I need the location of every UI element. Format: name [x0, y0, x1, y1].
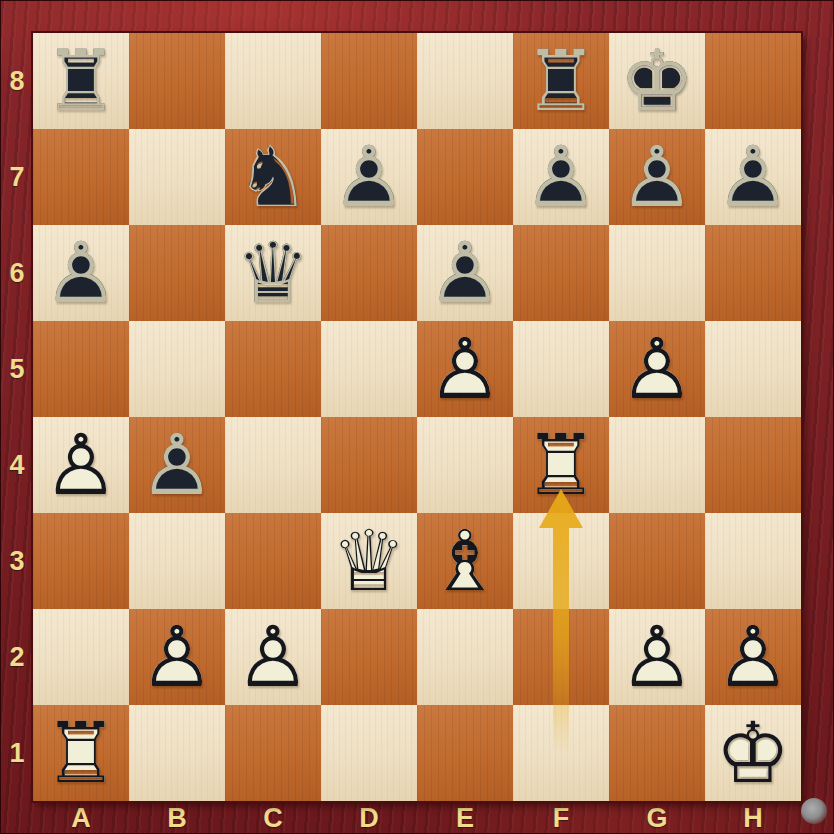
white-pawn[interactable]: ♟♙: [417, 321, 513, 417]
square-h1[interactable]: ♚♔: [705, 705, 801, 801]
white-rook[interactable]: ♜♖: [33, 705, 129, 801]
rank-label-4: 4: [1, 417, 33, 513]
square-g6[interactable]: [609, 225, 705, 321]
square-c2[interactable]: ♟♙: [225, 609, 321, 705]
rank-label-6: 6: [1, 225, 33, 321]
square-a5[interactable]: [33, 321, 129, 417]
file-label-g: G: [609, 801, 705, 834]
square-b7[interactable]: [129, 129, 225, 225]
rank-label-2: 2: [1, 609, 33, 705]
black-rook[interactable]: ♜♖: [513, 33, 609, 129]
square-b8[interactable]: [129, 33, 225, 129]
rank-label-1: 1: [1, 705, 33, 801]
square-e8[interactable]: [417, 33, 513, 129]
black-rook[interactable]: ♜♖: [33, 33, 129, 129]
square-e3[interactable]: ♝♗: [417, 513, 513, 609]
rank-labels: 87654321: [1, 33, 33, 801]
square-c1[interactable]: [225, 705, 321, 801]
white-pawn[interactable]: ♟♙: [225, 609, 321, 705]
black-knight[interactable]: ♞♘: [225, 129, 321, 225]
white-pawn[interactable]: ♟♙: [705, 609, 801, 705]
chess-board-frame: 87654321 ABCDEFGH ♜♖♜♖♚♔♞♘♟♙♟♙♟♙♟♙♟♙♛♕♟♙…: [0, 0, 834, 834]
white-king[interactable]: ♚♔: [705, 705, 801, 801]
white-queen[interactable]: ♛♕: [321, 513, 417, 609]
black-pawn[interactable]: ♟♙: [321, 129, 417, 225]
black-queen-outline: ♕: [225, 225, 321, 321]
black-pawn-outline: ♙: [513, 129, 609, 225]
square-e2[interactable]: [417, 609, 513, 705]
white-pawn-outline: ♙: [705, 609, 801, 705]
black-pawn-outline: ♙: [33, 225, 129, 321]
square-f7[interactable]: ♟♙: [513, 129, 609, 225]
black-queen[interactable]: ♛♕: [225, 225, 321, 321]
square-h6[interactable]: [705, 225, 801, 321]
square-f2[interactable]: [513, 609, 609, 705]
file-label-h: H: [705, 801, 801, 834]
square-d2[interactable]: [321, 609, 417, 705]
file-labels: ABCDEFGH: [33, 801, 801, 834]
square-b4[interactable]: ♟♙: [129, 417, 225, 513]
black-king[interactable]: ♚♔: [609, 33, 705, 129]
square-d6[interactable]: [321, 225, 417, 321]
file-label-e: E: [417, 801, 513, 834]
square-b5[interactable]: [129, 321, 225, 417]
black-pawn-outline: ♙: [705, 129, 801, 225]
rank-label-8: 8: [1, 33, 33, 129]
square-d7[interactable]: ♟♙: [321, 129, 417, 225]
board-grid: ♜♖♜♖♚♔♞♘♟♙♟♙♟♙♟♙♟♙♛♕♟♙♟♙♟♙♟♙♟♙♜♖♛♕♝♗♟♙♟♙…: [33, 33, 801, 801]
square-c4[interactable]: [225, 417, 321, 513]
square-c6[interactable]: ♛♕: [225, 225, 321, 321]
square-h3[interactable]: [705, 513, 801, 609]
black-pawn[interactable]: ♟♙: [129, 417, 225, 513]
square-d4[interactable]: [321, 417, 417, 513]
square-g8[interactable]: ♚♔: [609, 33, 705, 129]
square-f4[interactable]: ♜♖: [513, 417, 609, 513]
white-rook-outline: ♖: [513, 417, 609, 513]
black-pawn[interactable]: ♟♙: [417, 225, 513, 321]
square-c7[interactable]: ♞♘: [225, 129, 321, 225]
square-b6[interactable]: [129, 225, 225, 321]
file-label-f: F: [513, 801, 609, 834]
square-g2[interactable]: ♟♙: [609, 609, 705, 705]
square-a8[interactable]: ♜♖: [33, 33, 129, 129]
square-a2[interactable]: [33, 609, 129, 705]
square-a3[interactable]: [33, 513, 129, 609]
square-c3[interactable]: [225, 513, 321, 609]
black-rook-outline: ♖: [33, 33, 129, 129]
square-c8[interactable]: [225, 33, 321, 129]
square-g7[interactable]: ♟♙: [609, 129, 705, 225]
square-e6[interactable]: ♟♙: [417, 225, 513, 321]
square-b2[interactable]: ♟♙: [129, 609, 225, 705]
black-pawn[interactable]: ♟♙: [705, 129, 801, 225]
square-f1[interactable]: [513, 705, 609, 801]
square-b1[interactable]: [129, 705, 225, 801]
rank-label-5: 5: [1, 321, 33, 417]
white-pawn[interactable]: ♟♙: [129, 609, 225, 705]
white-bishop[interactable]: ♝♗: [417, 513, 513, 609]
white-queen-outline: ♕: [321, 513, 417, 609]
square-a1[interactable]: ♜♖: [33, 705, 129, 801]
black-knight-outline: ♘: [225, 129, 321, 225]
square-d8[interactable]: [321, 33, 417, 129]
square-a7[interactable]: [33, 129, 129, 225]
white-pawn[interactable]: ♟♙: [609, 321, 705, 417]
file-label-c: C: [225, 801, 321, 834]
white-pawn-outline: ♙: [609, 609, 705, 705]
white-pawn[interactable]: ♟♙: [33, 417, 129, 513]
square-a6[interactable]: ♟♙: [33, 225, 129, 321]
white-rook-outline: ♖: [33, 705, 129, 801]
black-king-outline: ♔: [609, 33, 705, 129]
file-label-d: D: [321, 801, 417, 834]
white-pawn-outline: ♙: [225, 609, 321, 705]
square-f8[interactable]: ♜♖: [513, 33, 609, 129]
square-e1[interactable]: [417, 705, 513, 801]
square-h4[interactable]: [705, 417, 801, 513]
white-pawn-outline: ♙: [417, 321, 513, 417]
file-label-a: A: [33, 801, 129, 834]
file-label-b: B: [129, 801, 225, 834]
square-e5[interactable]: ♟♙: [417, 321, 513, 417]
square-f5[interactable]: [513, 321, 609, 417]
rank-label-3: 3: [1, 513, 33, 609]
square-a4[interactable]: ♟♙: [33, 417, 129, 513]
square-e7[interactable]: [417, 129, 513, 225]
square-d1[interactable]: [321, 705, 417, 801]
white-king-outline: ♔: [705, 705, 801, 801]
black-rook-outline: ♖: [513, 33, 609, 129]
white-bishop-outline: ♗: [417, 513, 513, 609]
black-pawn[interactable]: ♟♙: [609, 129, 705, 225]
corner-dot: [801, 798, 827, 824]
board-area: ♜♖♜♖♚♔♞♘♟♙♟♙♟♙♟♙♟♙♛♕♟♙♟♙♟♙♟♙♟♙♜♖♛♕♝♗♟♙♟♙…: [33, 33, 801, 801]
square-h5[interactable]: [705, 321, 801, 417]
black-pawn-outline: ♙: [609, 129, 705, 225]
white-pawn-outline: ♙: [129, 609, 225, 705]
square-g5[interactable]: ♟♙: [609, 321, 705, 417]
square-h2[interactable]: ♟♙: [705, 609, 801, 705]
white-pawn-outline: ♙: [609, 321, 705, 417]
square-c5[interactable]: [225, 321, 321, 417]
black-pawn[interactable]: ♟♙: [513, 129, 609, 225]
rank-label-7: 7: [1, 129, 33, 225]
square-f3[interactable]: [513, 513, 609, 609]
white-pawn-outline: ♙: [33, 417, 129, 513]
square-f6[interactable]: [513, 225, 609, 321]
square-h8[interactable]: [705, 33, 801, 129]
square-b3[interactable]: [129, 513, 225, 609]
black-pawn[interactable]: ♟♙: [33, 225, 129, 321]
square-d3[interactable]: ♛♕: [321, 513, 417, 609]
square-g1[interactable]: [609, 705, 705, 801]
white-rook[interactable]: ♜♖: [513, 417, 609, 513]
black-pawn-outline: ♙: [129, 417, 225, 513]
square-e4[interactable]: [417, 417, 513, 513]
square-g3[interactable]: [609, 513, 705, 609]
white-pawn[interactable]: ♟♙: [609, 609, 705, 705]
square-h7[interactable]: ♟♙: [705, 129, 801, 225]
black-pawn-outline: ♙: [321, 129, 417, 225]
black-pawn-outline: ♙: [417, 225, 513, 321]
square-g4[interactable]: [609, 417, 705, 513]
square-d5[interactable]: [321, 321, 417, 417]
